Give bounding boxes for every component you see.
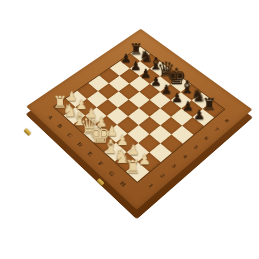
chess-set-3d-scene: ♜♞♝♛♚♝♞♜♟♟♟♟♟♟♟♟♟♟♟♟♟♟♟♟♜♞♝♛♚♝♞♜ ABCDEFG… — [26, 29, 252, 210]
rank-label-1: 1 — [148, 181, 156, 188]
rank-label-2: 2 — [160, 171, 168, 178]
file-label-a: A — [46, 114, 55, 121]
piece-black-pawn-f7[interactable]: ♟ — [171, 91, 183, 104]
rank-label-8: 8 — [224, 117, 231, 123]
file-label-d: D — [76, 141, 85, 148]
file-label-e: E — [86, 150, 95, 157]
rank-label-3: 3 — [171, 162, 179, 169]
file-label-b: B — [56, 122, 64, 129]
rank-label-7: 7 — [214, 126, 221, 132]
product-photo-canvas: ♜♞♝♛♚♝♞♜♟♟♟♟♟♟♟♟♟♟♟♟♟♟♟♟♜♞♝♛♚♝♞♜ ABCDEFG… — [0, 0, 259, 259]
piece-black-pawn-e7[interactable]: ♟ — [160, 83, 171, 96]
piece-black-pawn-d7[interactable]: ♟ — [150, 75, 161, 88]
piece-black-pawn-h7[interactable]: ♟ — [193, 108, 205, 121]
file-label-c: C — [66, 131, 75, 138]
square-e3[interactable] — [117, 116, 139, 134]
file-label-h: H — [119, 179, 128, 187]
rank-label-6: 6 — [204, 134, 211, 140]
piece-white-rook-h1[interactable]: ♜ — [125, 158, 141, 176]
rank-label-5: 5 — [193, 143, 201, 149]
brass-hinge-icon — [24, 128, 32, 136]
board-frame: ♜♞♝♛♚♝♞♜♟♟♟♟♟♟♟♟♟♟♟♟♟♟♟♟♜♞♝♛♚♝♞♜ ABCDEFG… — [26, 29, 252, 210]
file-label-f: F — [97, 160, 105, 167]
rank-label-4: 4 — [182, 152, 190, 158]
piece-black-pawn-g7[interactable]: ♟ — [182, 99, 194, 112]
file-label-g: G — [107, 169, 116, 177]
